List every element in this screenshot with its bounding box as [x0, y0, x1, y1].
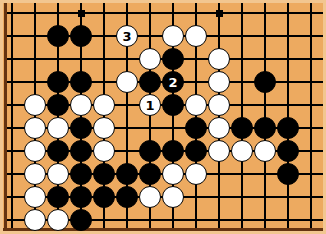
black-stone — [162, 140, 184, 162]
black-stone — [162, 48, 184, 70]
white-stone: 1 — [139, 94, 161, 116]
white-stone: 3 — [116, 25, 138, 47]
white-stone — [162, 25, 184, 47]
white-stone — [139, 48, 161, 70]
white-stone — [208, 71, 230, 93]
star-point — [216, 10, 223, 17]
white-stone — [162, 163, 184, 185]
black-stone: 2 — [162, 71, 184, 93]
white-stone — [47, 209, 69, 231]
black-stone — [70, 186, 92, 208]
move-number-label: 2 — [168, 76, 177, 89]
black-stone — [70, 25, 92, 47]
white-stone — [47, 163, 69, 185]
black-stone — [47, 71, 69, 93]
white-stone — [254, 140, 276, 162]
black-stone — [70, 71, 92, 93]
black-stone — [139, 71, 161, 93]
black-stone — [254, 117, 276, 139]
black-stone — [116, 163, 138, 185]
white-stone — [93, 117, 115, 139]
black-stone — [93, 163, 115, 185]
white-stone — [208, 117, 230, 139]
black-stone — [70, 209, 92, 231]
grid-line-horizontal — [7, 12, 323, 14]
white-stone — [185, 94, 207, 116]
white-stone — [208, 48, 230, 70]
black-stone — [231, 117, 253, 139]
black-stone — [139, 140, 161, 162]
white-stone — [208, 140, 230, 162]
white-stone — [185, 25, 207, 47]
black-stone — [93, 186, 115, 208]
white-stone — [24, 140, 46, 162]
white-stone — [24, 186, 46, 208]
white-stone — [24, 209, 46, 231]
black-stone — [70, 117, 92, 139]
black-stone — [47, 94, 69, 116]
white-stone — [139, 186, 161, 208]
white-stone — [70, 94, 92, 116]
black-stone — [47, 186, 69, 208]
black-stone — [116, 186, 138, 208]
black-stone — [47, 140, 69, 162]
black-stone — [277, 140, 299, 162]
star-point — [78, 10, 85, 17]
white-stone — [231, 140, 253, 162]
black-stone — [277, 117, 299, 139]
white-stone — [24, 94, 46, 116]
white-stone — [185, 163, 207, 185]
black-stone — [47, 25, 69, 47]
white-stone — [24, 117, 46, 139]
move-number-label: 3 — [122, 30, 131, 43]
white-stone — [24, 163, 46, 185]
black-stone — [70, 163, 92, 185]
white-stone — [93, 94, 115, 116]
black-stone — [185, 117, 207, 139]
black-stone — [277, 163, 299, 185]
white-stone — [47, 117, 69, 139]
black-stone — [185, 140, 207, 162]
white-stone — [93, 140, 115, 162]
black-stone — [254, 71, 276, 93]
black-stone — [139, 163, 161, 185]
white-stone — [208, 94, 230, 116]
white-stone — [116, 71, 138, 93]
go-diagram: 321 — [0, 0, 326, 234]
black-stone — [70, 140, 92, 162]
black-stone — [162, 94, 184, 116]
white-stone — [162, 186, 184, 208]
move-number-label: 1 — [145, 99, 154, 112]
